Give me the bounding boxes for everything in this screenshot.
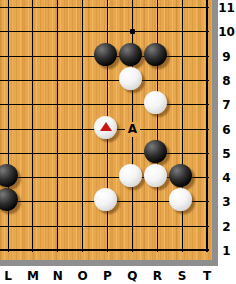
black-stone-S4[interactable] — [169, 164, 192, 187]
black-stone-Q9[interactable] — [119, 43, 142, 66]
triangle-marker-icon — [100, 122, 112, 131]
white-stone-S3[interactable] — [169, 188, 192, 211]
col-label-Q: Q — [124, 270, 140, 282]
col-label-T: T — [199, 270, 215, 282]
row-label-11: 11 — [217, 2, 236, 14]
white-stone-Q8[interactable] — [119, 67, 142, 90]
row-label-4: 4 — [217, 172, 236, 184]
white-stone-P6[interactable] — [94, 116, 117, 139]
go-app-window: A LMNOPQRST 1110987654321 — [0, 0, 236, 284]
white-stone-Q4[interactable] — [119, 164, 142, 187]
grid-line-col-M — [32, 0, 33, 252]
black-stone-L3[interactable] — [0, 188, 18, 211]
row-label-9: 9 — [217, 51, 236, 63]
row-label-6: 6 — [217, 124, 236, 136]
grid-line-row-11 — [0, 7, 209, 8]
grid-line-row-8 — [0, 80, 209, 81]
col-label-L: L — [0, 270, 16, 282]
row-label-10: 10 — [217, 26, 236, 38]
col-label-M: M — [25, 270, 41, 282]
row-label-8: 8 — [217, 75, 236, 87]
grid-line-col-N — [57, 0, 58, 252]
grid-line-row-2 — [0, 226, 209, 227]
row-label-3: 3 — [217, 196, 236, 208]
black-stone-P9[interactable] — [94, 43, 117, 66]
grid-line-row-10 — [0, 31, 209, 32]
grid-line-col-T — [206, 0, 208, 252]
point-label-A[interactable]: A — [125, 122, 140, 137]
grid-line-row-5 — [0, 153, 209, 154]
white-stone-R4[interactable] — [144, 164, 167, 187]
grid-line-row-1 — [0, 249, 209, 251]
grid-line-row-7 — [0, 104, 209, 105]
col-label-N: N — [50, 270, 66, 282]
row-label-2: 2 — [217, 221, 236, 233]
col-label-S: S — [174, 270, 190, 282]
board-shadow-bottom — [0, 260, 218, 266]
grid-line-col-L — [8, 0, 9, 252]
row-label-7: 7 — [217, 99, 236, 111]
col-label-R: R — [149, 270, 165, 282]
white-stone-P3[interactable] — [94, 188, 117, 211]
col-label-O: O — [75, 270, 91, 282]
white-stone-R7[interactable] — [144, 91, 167, 114]
black-stone-R9[interactable] — [144, 43, 167, 66]
grid-line-col-S — [182, 0, 183, 252]
row-label-5: 5 — [217, 148, 236, 160]
row-label-1: 1 — [217, 245, 236, 257]
grid-line-col-O — [82, 0, 83, 252]
hoshi-point-Q10 — [130, 29, 135, 34]
black-stone-L4[interactable] — [0, 164, 18, 187]
black-stone-R5[interactable] — [144, 140, 167, 163]
col-label-P: P — [100, 270, 116, 282]
go-board[interactable]: A — [0, 0, 212, 261]
grid-line-col-R — [157, 0, 158, 252]
